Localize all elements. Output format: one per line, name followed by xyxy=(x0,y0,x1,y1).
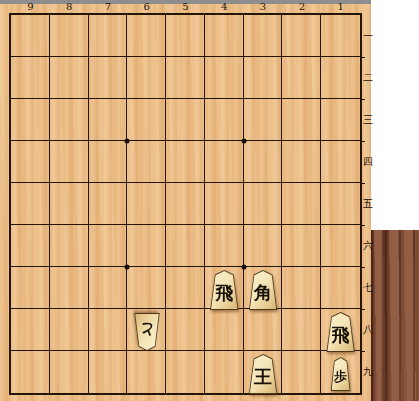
board-cell[interactable] xyxy=(166,99,205,141)
board-cell[interactable] xyxy=(11,99,50,141)
board-cell[interactable] xyxy=(166,141,205,183)
file-label: 2 xyxy=(299,1,305,12)
board-cell[interactable] xyxy=(205,15,244,57)
board-cell[interactable] xyxy=(205,351,244,393)
piece-body: 王 xyxy=(248,354,278,394)
board-cell[interactable] xyxy=(11,15,50,57)
board-cell[interactable] xyxy=(282,309,321,351)
board-cell[interactable] xyxy=(89,267,128,309)
board-cell[interactable] xyxy=(11,141,50,183)
board-cell[interactable] xyxy=(321,15,360,57)
piece-body: 歩 xyxy=(330,357,351,391)
board-cell[interactable] xyxy=(11,309,50,351)
board-cell[interactable] xyxy=(282,15,321,57)
board-cell[interactable] xyxy=(205,183,244,225)
file-label: 7 xyxy=(105,1,111,12)
board-cell[interactable] xyxy=(166,15,205,57)
rank-label: 八 xyxy=(363,325,373,335)
board-cell[interactable] xyxy=(127,99,166,141)
rank-label: 五 xyxy=(363,199,373,209)
piece-body: 飛 xyxy=(326,312,356,352)
piece-face: 王 xyxy=(249,355,277,393)
board-cell[interactable] xyxy=(321,99,360,141)
piece-kanji-bishop: 角 xyxy=(254,279,272,302)
file-label: 1 xyxy=(337,1,343,12)
board-cell[interactable] xyxy=(244,309,283,351)
board-cell[interactable] xyxy=(11,267,50,309)
file-label: 4 xyxy=(221,1,227,12)
board-cell[interactable] xyxy=(50,99,89,141)
star-dot xyxy=(241,139,246,144)
piece-face: と xyxy=(134,314,159,350)
board-cell[interactable] xyxy=(11,183,50,225)
board-cell[interactable] xyxy=(50,15,89,57)
piece-kanji-rook: 飛 xyxy=(332,321,350,344)
board-cell[interactable] xyxy=(50,57,89,99)
board-cell[interactable] xyxy=(166,309,205,351)
board-cell[interactable] xyxy=(321,183,360,225)
grid-tick xyxy=(360,309,365,310)
board-cell[interactable] xyxy=(127,351,166,393)
board-cell[interactable] xyxy=(127,141,166,183)
board-cell[interactable] xyxy=(282,141,321,183)
rank-label: 九 xyxy=(363,367,373,377)
grid-tick xyxy=(360,267,365,268)
board-cell[interactable] xyxy=(321,267,360,309)
piece-pawn-sente[interactable]: 歩 xyxy=(330,357,351,391)
board-cell[interactable] xyxy=(166,183,205,225)
piece-kanji-rook: 飛 xyxy=(215,279,233,302)
board-cell[interactable] xyxy=(282,99,321,141)
board-cell[interactable] xyxy=(89,57,128,99)
piece-tokin-gote[interactable]: と xyxy=(133,313,160,351)
board-cell[interactable] xyxy=(205,99,244,141)
board-cell[interactable] xyxy=(50,309,89,351)
right-white-background xyxy=(371,0,419,230)
grid-tick xyxy=(360,141,365,142)
grid-tick xyxy=(360,183,365,184)
piece-face: 飛 xyxy=(327,313,355,351)
rank-label: 四 xyxy=(363,157,373,167)
piece-bishop-sente[interactable]: 角 xyxy=(248,270,278,310)
board-cell[interactable] xyxy=(11,225,50,267)
board-cell[interactable] xyxy=(89,309,128,351)
board-cell[interactable] xyxy=(127,267,166,309)
board-cell[interactable] xyxy=(89,351,128,393)
piece-king-sente[interactable]: 王 xyxy=(248,354,278,394)
rank-label: 三 xyxy=(363,115,373,125)
shogi-board-grid[interactable] xyxy=(9,13,362,395)
board-cell[interactable] xyxy=(166,57,205,99)
board-cell[interactable] xyxy=(166,351,205,393)
board-cell[interactable] xyxy=(89,15,128,57)
board-cell[interactable] xyxy=(244,99,283,141)
board-cell[interactable] xyxy=(321,141,360,183)
board-cell[interactable] xyxy=(11,351,50,393)
rank-label: 七 xyxy=(363,283,373,293)
piece-rook-sente[interactable]: 飛 xyxy=(209,270,239,310)
file-label: 9 xyxy=(27,1,33,12)
board-cell[interactable] xyxy=(89,225,128,267)
board-cell[interactable] xyxy=(282,183,321,225)
board-cell[interactable] xyxy=(127,225,166,267)
piece-body: 角 xyxy=(248,270,278,310)
board-cell[interactable] xyxy=(127,57,166,99)
piece-face: 角 xyxy=(249,271,277,309)
board-cell[interactable] xyxy=(89,99,128,141)
grid-tick xyxy=(360,225,365,226)
file-label: 6 xyxy=(144,1,150,12)
board-cell[interactable] xyxy=(50,351,89,393)
grid-tick xyxy=(360,57,365,58)
board-cell[interactable] xyxy=(244,57,283,99)
grid-tick xyxy=(360,351,365,352)
board-cell[interactable] xyxy=(89,183,128,225)
rank-label: 一 xyxy=(363,31,373,41)
board-cell[interactable] xyxy=(244,183,283,225)
board-cell[interactable] xyxy=(282,267,321,309)
file-label: 8 xyxy=(66,1,72,12)
piece-kanji-tokin: と xyxy=(139,322,154,342)
board-cell[interactable] xyxy=(244,225,283,267)
star-dot xyxy=(125,265,130,270)
rank-label: 二 xyxy=(363,73,373,83)
piece-body: と xyxy=(133,313,160,351)
rank-label: 六 xyxy=(363,241,373,251)
shogi-app-window: 987654321 一二三四五六七八九 飛角と飛王歩 xyxy=(0,0,419,401)
board-cell[interactable] xyxy=(205,57,244,99)
board-cell[interactable] xyxy=(244,141,283,183)
board-cell[interactable] xyxy=(89,141,128,183)
board-cell[interactable] xyxy=(282,351,321,393)
board-cell[interactable] xyxy=(50,141,89,183)
board-cell[interactable] xyxy=(244,15,283,57)
board-cell[interactable] xyxy=(127,15,166,57)
piece-face: 歩 xyxy=(331,358,350,390)
board-cell[interactable] xyxy=(205,225,244,267)
piece-body: 飛 xyxy=(209,270,239,310)
piece-kanji-king: 王 xyxy=(254,363,272,386)
board-cell[interactable] xyxy=(50,267,89,309)
board-cell[interactable] xyxy=(205,309,244,351)
file-label: 3 xyxy=(260,1,266,12)
board-cell[interactable] xyxy=(50,225,89,267)
board-cell[interactable] xyxy=(166,225,205,267)
board-cell[interactable] xyxy=(282,57,321,99)
star-dot xyxy=(125,139,130,144)
board-cell[interactable] xyxy=(321,57,360,99)
star-dot xyxy=(241,265,246,270)
board-cell[interactable] xyxy=(127,183,166,225)
piece-face: 飛 xyxy=(210,271,238,309)
table-wood-background xyxy=(371,230,419,401)
board-cell[interactable] xyxy=(321,225,360,267)
piece-kanji-pawn: 歩 xyxy=(334,365,347,383)
board-cell[interactable] xyxy=(11,57,50,99)
board-cell[interactable] xyxy=(205,141,244,183)
grid-tick xyxy=(360,99,365,100)
board-cell[interactable] xyxy=(282,225,321,267)
file-label: 5 xyxy=(182,1,188,12)
board-cell[interactable] xyxy=(166,267,205,309)
board-cell[interactable] xyxy=(50,183,89,225)
piece-rook-sente[interactable]: 飛 xyxy=(326,312,356,352)
